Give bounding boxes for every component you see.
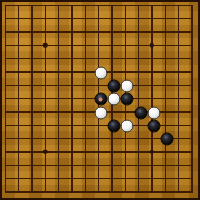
black-stone bbox=[107, 80, 120, 93]
black-stone bbox=[147, 120, 160, 133]
grid-line-vertical bbox=[191, 5, 193, 193]
white-stone bbox=[121, 120, 134, 133]
black-stone bbox=[94, 93, 107, 106]
grid-line-horizontal bbox=[5, 191, 193, 193]
white-stone bbox=[94, 66, 107, 79]
star-point bbox=[43, 150, 48, 155]
star-point bbox=[43, 43, 48, 48]
go-board[interactable] bbox=[0, 0, 200, 200]
star-point bbox=[150, 150, 155, 155]
last-move-marker bbox=[99, 97, 103, 101]
grid-line-horizontal bbox=[5, 178, 193, 180]
black-stone bbox=[134, 106, 147, 119]
white-stone bbox=[147, 106, 160, 119]
black-stone bbox=[161, 133, 174, 146]
black-stone bbox=[121, 93, 134, 106]
white-stone bbox=[107, 93, 120, 106]
screenshot bbox=[0, 0, 200, 200]
star-point bbox=[150, 43, 155, 48]
white-stone bbox=[121, 80, 134, 93]
grid-line-vertical bbox=[178, 5, 180, 193]
black-stone bbox=[107, 120, 120, 133]
white-stone bbox=[94, 106, 107, 119]
grid-line-horizontal bbox=[5, 165, 193, 167]
